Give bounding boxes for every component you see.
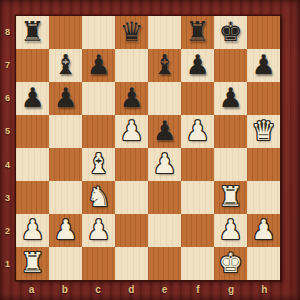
white-pawn[interactable]: ♟	[86, 216, 110, 243]
square-c1[interactable]	[82, 247, 115, 280]
square-d8[interactable]: ♛	[115, 16, 148, 49]
file-label-f: f	[181, 281, 214, 300]
black-pawn[interactable]: ♟	[152, 117, 176, 144]
square-c2[interactable]: ♟	[82, 214, 115, 247]
white-pawn[interactable]: ♟	[20, 216, 44, 243]
square-d2[interactable]	[115, 214, 148, 247]
square-e5[interactable]: ♟	[148, 115, 181, 148]
black-bishop[interactable]: ♝	[53, 51, 77, 78]
square-g4[interactable]	[214, 148, 247, 181]
square-g5[interactable]	[214, 115, 247, 148]
square-b3[interactable]	[49, 181, 82, 214]
black-pawn[interactable]: ♟	[251, 51, 275, 78]
square-f4[interactable]	[181, 148, 214, 181]
square-c8[interactable]	[82, 16, 115, 49]
square-e7[interactable]: ♝	[148, 49, 181, 82]
square-b1[interactable]	[49, 247, 82, 280]
square-e3[interactable]	[148, 181, 181, 214]
square-b6[interactable]: ♟	[49, 82, 82, 115]
black-pawn[interactable]: ♟	[53, 84, 77, 111]
black-pawn[interactable]: ♟	[119, 84, 143, 111]
square-a1[interactable]: ♜	[16, 247, 49, 280]
square-d4[interactable]	[115, 148, 148, 181]
square-f6[interactable]	[181, 82, 214, 115]
white-pawn[interactable]: ♟	[218, 216, 242, 243]
file-labels: abcdefgh	[15, 281, 281, 300]
square-f8[interactable]: ♜	[181, 16, 214, 49]
square-g1[interactable]: ♚	[214, 247, 247, 280]
square-b8[interactable]	[49, 16, 82, 49]
square-d3[interactable]	[115, 181, 148, 214]
black-queen[interactable]: ♛	[119, 18, 143, 45]
square-a6[interactable]: ♟	[16, 82, 49, 115]
rank-label-1: 1	[0, 248, 15, 281]
file-label-b: b	[48, 281, 81, 300]
square-a4[interactable]	[16, 148, 49, 181]
square-h7[interactable]: ♟	[247, 49, 280, 82]
square-d1[interactable]	[115, 247, 148, 280]
white-pawn[interactable]: ♟	[251, 216, 275, 243]
file-label-g: g	[215, 281, 248, 300]
square-a5[interactable]	[16, 115, 49, 148]
square-c3[interactable]: ♞	[82, 181, 115, 214]
square-h6[interactable]	[247, 82, 280, 115]
square-h1[interactable]	[247, 247, 280, 280]
square-d5[interactable]: ♟	[115, 115, 148, 148]
square-g3[interactable]: ♜	[214, 181, 247, 214]
white-rook[interactable]: ♜	[20, 249, 44, 276]
white-queen[interactable]: ♛	[251, 117, 275, 144]
file-label-h: h	[248, 281, 281, 300]
square-h5[interactable]: ♛	[247, 115, 280, 148]
white-king[interactable]: ♚	[218, 249, 242, 276]
square-h3[interactable]	[247, 181, 280, 214]
black-bishop[interactable]: ♝	[152, 51, 176, 78]
black-rook[interactable]: ♜	[185, 18, 209, 45]
square-g2[interactable]: ♟	[214, 214, 247, 247]
square-b5[interactable]	[49, 115, 82, 148]
file-label-c: c	[82, 281, 115, 300]
square-d7[interactable]	[115, 49, 148, 82]
square-c4[interactable]: ♝	[82, 148, 115, 181]
square-d6[interactable]: ♟	[115, 82, 148, 115]
square-f1[interactable]	[181, 247, 214, 280]
white-knight[interactable]: ♞	[86, 183, 110, 210]
black-pawn[interactable]: ♟	[185, 51, 209, 78]
file-label-a: a	[15, 281, 48, 300]
square-a7[interactable]	[16, 49, 49, 82]
rank-label-8: 8	[0, 15, 15, 48]
rank-label-3: 3	[0, 181, 15, 214]
chess-board: ♜♛♜♚♝♟♝♟♟♟♟♟♟♟♟♟♛♝♟♞♜♟♟♟♟♟♜♚	[15, 15, 281, 281]
rank-label-4: 4	[0, 148, 15, 181]
board-frame: 87654321 abcdefgh ♜♛♜♚♝♟♝♟♟♟♟♟♟♟♟♟♛♝♟♞♜♟…	[0, 0, 300, 300]
square-g6[interactable]: ♟	[214, 82, 247, 115]
square-b2[interactable]: ♟	[49, 214, 82, 247]
black-pawn[interactable]: ♟	[218, 84, 242, 111]
rank-labels: 87654321	[0, 15, 15, 281]
white-pawn[interactable]: ♟	[119, 117, 143, 144]
square-f7[interactable]: ♟	[181, 49, 214, 82]
square-f3[interactable]	[181, 181, 214, 214]
square-e4[interactable]: ♟	[148, 148, 181, 181]
square-h4[interactable]	[247, 148, 280, 181]
square-b4[interactable]	[49, 148, 82, 181]
square-h2[interactable]: ♟	[247, 214, 280, 247]
square-a3[interactable]	[16, 181, 49, 214]
square-h8[interactable]	[247, 16, 280, 49]
square-f5[interactable]: ♟	[181, 115, 214, 148]
white-pawn[interactable]: ♟	[152, 150, 176, 177]
square-a8[interactable]: ♜	[16, 16, 49, 49]
rank-label-6: 6	[0, 82, 15, 115]
square-a2[interactable]: ♟	[16, 214, 49, 247]
white-pawn[interactable]: ♟	[185, 117, 209, 144]
square-g7[interactable]	[214, 49, 247, 82]
square-e8[interactable]	[148, 16, 181, 49]
rank-label-5: 5	[0, 115, 15, 148]
square-c7[interactable]: ♟	[82, 49, 115, 82]
white-pawn[interactable]: ♟	[53, 216, 77, 243]
black-rook[interactable]: ♜	[20, 18, 44, 45]
square-g8[interactable]: ♚	[214, 16, 247, 49]
square-c6[interactable]	[82, 82, 115, 115]
rank-label-2: 2	[0, 215, 15, 248]
square-b7[interactable]: ♝	[49, 49, 82, 82]
black-pawn[interactable]: ♟	[20, 84, 44, 111]
rank-label-7: 7	[0, 48, 15, 81]
black-pawn[interactable]: ♟	[86, 51, 110, 78]
square-c5[interactable]	[82, 115, 115, 148]
file-label-d: d	[115, 281, 148, 300]
white-bishop[interactable]: ♝	[86, 150, 110, 177]
square-f2[interactable]	[181, 214, 214, 247]
file-label-e: e	[148, 281, 181, 300]
square-e6[interactable]	[148, 82, 181, 115]
square-e2[interactable]	[148, 214, 181, 247]
black-king[interactable]: ♚	[218, 18, 242, 45]
white-rook[interactable]: ♜	[218, 183, 242, 210]
square-e1[interactable]	[148, 247, 181, 280]
